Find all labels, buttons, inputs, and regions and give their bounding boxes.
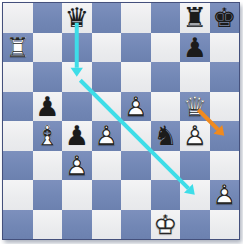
square-f5[interactable]	[151, 92, 181, 122]
black-pawn-c4[interactable]: ♟	[62, 121, 92, 151]
black-rook-g8[interactable]: ♜	[180, 3, 210, 33]
square-g6[interactable]	[180, 62, 210, 92]
white-bishop-b4[interactable]: ♝♗	[33, 121, 63, 151]
square-a5[interactable]	[3, 92, 33, 122]
square-b2[interactable]	[33, 180, 63, 210]
white-pawn-d4[interactable]: ♟♙	[92, 121, 122, 151]
square-f6[interactable]	[151, 62, 181, 92]
black-knight-glyph: ♞	[151, 121, 181, 151]
square-a2[interactable]	[3, 180, 33, 210]
square-a1[interactable]	[3, 210, 33, 240]
square-h2[interactable]: ♟♙	[210, 180, 240, 210]
white-bishop-outline: ♗	[33, 121, 63, 151]
square-d1[interactable]	[92, 210, 122, 240]
black-rook-glyph: ♜	[180, 3, 210, 33]
square-e8[interactable]	[121, 3, 151, 33]
square-h7[interactable]	[210, 33, 240, 63]
white-pawn-g4[interactable]: ♟♙	[180, 121, 210, 151]
square-b7[interactable]	[33, 33, 63, 63]
square-h3[interactable]	[210, 151, 240, 181]
white-pawn-outline: ♙	[121, 92, 151, 122]
square-e2[interactable]	[121, 180, 151, 210]
square-b8[interactable]	[33, 3, 63, 33]
chess-board: ♛♜♚♜♖♟♟♟♙♛♕♝♗♟♟♙♞♟♙♟♙♟♙♚♔	[2, 2, 240, 240]
black-pawn-b5[interactable]: ♟	[33, 92, 63, 122]
square-g1[interactable]	[180, 210, 210, 240]
square-d8[interactable]	[92, 3, 122, 33]
square-d5[interactable]	[92, 92, 122, 122]
square-e3[interactable]	[121, 151, 151, 181]
white-pawn-outline: ♙	[62, 151, 92, 181]
black-king-glyph: ♚	[210, 3, 240, 33]
square-f4[interactable]: ♞	[151, 121, 181, 151]
square-f1[interactable]: ♚♔	[151, 210, 181, 240]
white-pawn-h2[interactable]: ♟♙	[210, 180, 240, 210]
square-f3[interactable]	[151, 151, 181, 181]
black-knight-f4[interactable]: ♞	[151, 121, 181, 151]
square-h4[interactable]	[210, 121, 240, 151]
black-pawn-glyph: ♟	[62, 121, 92, 151]
square-b6[interactable]	[33, 62, 63, 92]
black-queen-glyph: ♛	[62, 3, 92, 33]
square-c2[interactable]	[62, 180, 92, 210]
square-b1[interactable]	[33, 210, 63, 240]
board-frame: ♛♜♚♜♖♟♟♟♙♛♕♝♗♟♟♙♞♟♙♟♙♟♙♚♔	[2, 2, 240, 240]
square-g2[interactable]	[180, 180, 210, 210]
white-rook-outline: ♖	[3, 33, 33, 63]
black-pawn-glyph: ♟	[180, 33, 210, 63]
white-queen-outline: ♕	[180, 92, 210, 122]
square-h6[interactable]	[210, 62, 240, 92]
square-g8[interactable]: ♜	[180, 3, 210, 33]
square-b3[interactable]	[33, 151, 63, 181]
square-b4[interactable]: ♝♗	[33, 121, 63, 151]
square-b5[interactable]: ♟	[33, 92, 63, 122]
square-e5[interactable]: ♟♙	[121, 92, 151, 122]
square-f8[interactable]	[151, 3, 181, 33]
square-f2[interactable]	[151, 180, 181, 210]
white-pawn-outline: ♙	[92, 121, 122, 151]
square-a8[interactable]	[3, 3, 33, 33]
white-rook-a7[interactable]: ♜♖	[3, 33, 33, 63]
white-pawn-e5[interactable]: ♟♙	[121, 92, 151, 122]
square-g7[interactable]: ♟	[180, 33, 210, 63]
square-e1[interactable]	[121, 210, 151, 240]
square-h1[interactable]	[210, 210, 240, 240]
square-d6[interactable]	[92, 62, 122, 92]
square-d2[interactable]	[92, 180, 122, 210]
black-pawn-g7[interactable]: ♟	[180, 33, 210, 63]
square-g4[interactable]: ♟♙	[180, 121, 210, 151]
square-e6[interactable]	[121, 62, 151, 92]
square-a3[interactable]	[3, 151, 33, 181]
square-a6[interactable]	[3, 62, 33, 92]
square-c8[interactable]: ♛	[62, 3, 92, 33]
square-d7[interactable]	[92, 33, 122, 63]
square-d3[interactable]	[92, 151, 122, 181]
square-a4[interactable]	[3, 121, 33, 151]
square-f7[interactable]	[151, 33, 181, 63]
square-c6[interactable]	[62, 62, 92, 92]
square-c3[interactable]: ♟♙	[62, 151, 92, 181]
black-king-h8[interactable]: ♚	[210, 3, 240, 33]
square-e7[interactable]	[121, 33, 151, 63]
white-pawn-outline: ♙	[180, 121, 210, 151]
square-d4[interactable]: ♟♙	[92, 121, 122, 151]
square-e4[interactable]	[121, 121, 151, 151]
square-c5[interactable]	[62, 92, 92, 122]
square-g3[interactable]	[180, 151, 210, 181]
square-h5[interactable]	[210, 92, 240, 122]
white-king-outline: ♔	[151, 210, 181, 240]
square-c7[interactable]	[62, 33, 92, 63]
square-h8[interactable]: ♚	[210, 3, 240, 33]
black-pawn-glyph: ♟	[33, 92, 63, 122]
white-king-f1[interactable]: ♚♔	[151, 210, 181, 240]
square-c4[interactable]: ♟	[62, 121, 92, 151]
white-pawn-c3[interactable]: ♟♙	[62, 151, 92, 181]
black-queen-c8[interactable]: ♛	[62, 3, 92, 33]
square-g5[interactable]: ♛♕	[180, 92, 210, 122]
white-queen-g5[interactable]: ♛♕	[180, 92, 210, 122]
square-c1[interactable]	[62, 210, 92, 240]
white-pawn-outline: ♙	[210, 180, 240, 210]
square-a7[interactable]: ♜♖	[3, 33, 33, 63]
